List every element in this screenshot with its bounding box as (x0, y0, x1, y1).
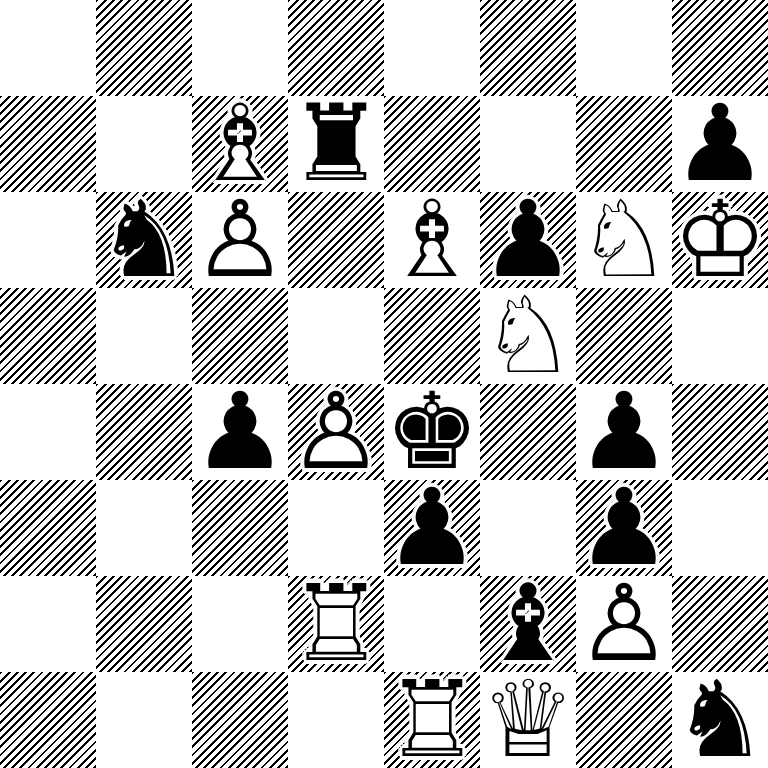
piece-main-layer: ♙ (576, 576, 672, 672)
square-a4[interactable] (0, 384, 96, 480)
white-knight: ♞♘ (576, 192, 672, 288)
piece-halo-layer: ♝ (480, 576, 576, 672)
black-pawn: ♟♟ (576, 384, 672, 480)
piece-halo-layer: ♟ (672, 96, 768, 192)
square-b1[interactable] (96, 672, 192, 768)
piece-halo-layer: ♞ (96, 192, 192, 288)
piece-halo-layer: ♟ (576, 576, 672, 672)
black-king: ♚♚ (384, 384, 480, 480)
piece-halo-layer: ♞ (480, 288, 576, 384)
square-f1[interactable]: ♛♕ (480, 672, 576, 768)
piece-halo-layer: ♟ (576, 384, 672, 480)
square-f8[interactable] (480, 0, 576, 96)
piece-main-layer: ♔ (672, 192, 768, 288)
piece-main-layer: ♗ (384, 192, 480, 288)
square-f6[interactable]: ♟♟ (480, 192, 576, 288)
square-e4[interactable]: ♚♚ (384, 384, 480, 480)
piece-halo-layer: ♚ (672, 192, 768, 288)
square-e1[interactable]: ♜♖ (384, 672, 480, 768)
piece-halo-layer: ♞ (576, 192, 672, 288)
black-rook: ♜♜ (288, 96, 384, 192)
white-king: ♚♔ (672, 192, 768, 288)
square-h6[interactable]: ♚♔ (672, 192, 768, 288)
square-c1[interactable] (192, 672, 288, 768)
white-queen: ♛♕ (480, 672, 576, 768)
square-d3[interactable] (288, 480, 384, 576)
square-b3[interactable] (96, 480, 192, 576)
piece-main-layer: ♖ (288, 576, 384, 672)
white-pawn: ♟♙ (288, 384, 384, 480)
square-b8[interactable] (96, 0, 192, 96)
square-c8[interactable] (192, 0, 288, 96)
square-h3[interactable] (672, 480, 768, 576)
white-rook: ♜♖ (288, 576, 384, 672)
piece-main-layer: ♟ (192, 384, 288, 480)
piece-halo-layer: ♚ (384, 384, 480, 480)
square-g6[interactable]: ♞♘ (576, 192, 672, 288)
piece-main-layer: ♝ (480, 576, 576, 672)
square-g7[interactable] (576, 96, 672, 192)
square-e5[interactable] (384, 288, 480, 384)
square-b7[interactable] (96, 96, 192, 192)
piece-halo-layer: ♟ (288, 384, 384, 480)
piece-main-layer: ♗ (192, 96, 288, 192)
square-a8[interactable] (0, 0, 96, 96)
piece-main-layer: ♟ (480, 192, 576, 288)
square-d5[interactable] (288, 288, 384, 384)
square-e8[interactable] (384, 0, 480, 96)
square-f5[interactable]: ♞♘ (480, 288, 576, 384)
piece-main-layer: ♘ (480, 288, 576, 384)
piece-main-layer: ♟ (672, 96, 768, 192)
black-bishop: ♝♝ (480, 576, 576, 672)
piece-halo-layer: ♟ (384, 480, 480, 576)
square-b4[interactable] (96, 384, 192, 480)
square-h2[interactable] (672, 576, 768, 672)
square-e7[interactable] (384, 96, 480, 192)
square-a2[interactable] (0, 576, 96, 672)
piece-main-layer: ♜ (288, 96, 384, 192)
square-f7[interactable] (480, 96, 576, 192)
black-pawn: ♟♟ (672, 96, 768, 192)
square-a3[interactable] (0, 480, 96, 576)
square-d2[interactable]: ♜♖ (288, 576, 384, 672)
square-g1[interactable] (576, 672, 672, 768)
piece-halo-layer: ♜ (288, 96, 384, 192)
square-h8[interactable] (672, 0, 768, 96)
square-a5[interactable] (0, 288, 96, 384)
piece-main-layer: ♙ (192, 192, 288, 288)
piece-main-layer: ♞ (672, 672, 768, 768)
square-e6[interactable]: ♝♗ (384, 192, 480, 288)
square-d4[interactable]: ♟♙ (288, 384, 384, 480)
white-pawn: ♟♙ (576, 576, 672, 672)
white-rook: ♜♖ (384, 672, 480, 768)
square-g3[interactable]: ♟♟ (576, 480, 672, 576)
square-d1[interactable] (288, 672, 384, 768)
square-h7[interactable]: ♟♟ (672, 96, 768, 192)
square-g8[interactable] (576, 0, 672, 96)
piece-halo-layer: ♜ (288, 576, 384, 672)
black-knight: ♞♞ (672, 672, 768, 768)
square-f3[interactable] (480, 480, 576, 576)
chess-board: ♝♗♜♜♟♟♞♞♟♙♝♗♟♟♞♘♚♔♞♘♟♟♟♙♚♚♟♟♟♟♟♟♜♖♝♝♟♙♜♖… (0, 0, 768, 768)
square-d7[interactable]: ♜♜ (288, 96, 384, 192)
white-bishop: ♝♗ (192, 96, 288, 192)
square-f2[interactable]: ♝♝ (480, 576, 576, 672)
piece-main-layer: ♟ (384, 480, 480, 576)
square-h1[interactable]: ♞♞ (672, 672, 768, 768)
piece-halo-layer: ♟ (480, 192, 576, 288)
square-c7[interactable]: ♝♗ (192, 96, 288, 192)
square-a6[interactable] (0, 192, 96, 288)
square-g2[interactable]: ♟♙ (576, 576, 672, 672)
piece-main-layer: ♙ (288, 384, 384, 480)
square-a1[interactable] (0, 672, 96, 768)
black-pawn: ♟♟ (192, 384, 288, 480)
square-f4[interactable] (480, 384, 576, 480)
piece-main-layer: ♞ (96, 192, 192, 288)
square-h4[interactable] (672, 384, 768, 480)
black-knight: ♞♞ (96, 192, 192, 288)
square-b5[interactable] (96, 288, 192, 384)
piece-halo-layer: ♞ (672, 672, 768, 768)
square-c6[interactable]: ♟♙ (192, 192, 288, 288)
square-d8[interactable] (288, 0, 384, 96)
square-c3[interactable] (192, 480, 288, 576)
black-pawn: ♟♟ (480, 192, 576, 288)
piece-halo-layer: ♟ (192, 192, 288, 288)
white-knight: ♞♘ (480, 288, 576, 384)
piece-halo-layer: ♝ (384, 192, 480, 288)
piece-halo-layer: ♟ (192, 384, 288, 480)
piece-halo-layer: ♛ (480, 672, 576, 768)
black-pawn: ♟♟ (576, 480, 672, 576)
piece-main-layer: ♖ (384, 672, 480, 768)
square-h5[interactable] (672, 288, 768, 384)
piece-halo-layer: ♜ (384, 672, 480, 768)
square-g4[interactable]: ♟♟ (576, 384, 672, 480)
piece-halo-layer: ♟ (576, 480, 672, 576)
black-pawn: ♟♟ (384, 480, 480, 576)
white-bishop: ♝♗ (384, 192, 480, 288)
square-d6[interactable] (288, 192, 384, 288)
square-e3[interactable]: ♟♟ (384, 480, 480, 576)
white-pawn: ♟♙ (192, 192, 288, 288)
piece-main-layer: ♟ (576, 480, 672, 576)
square-c2[interactable] (192, 576, 288, 672)
square-a7[interactable] (0, 96, 96, 192)
square-g5[interactable] (576, 288, 672, 384)
square-b6[interactable]: ♞♞ (96, 192, 192, 288)
piece-halo-layer: ♝ (192, 96, 288, 192)
square-c5[interactable] (192, 288, 288, 384)
piece-main-layer: ♚ (384, 384, 480, 480)
piece-main-layer: ♕ (480, 672, 576, 768)
square-e2[interactable] (384, 576, 480, 672)
square-c4[interactable]: ♟♟ (192, 384, 288, 480)
piece-main-layer: ♘ (576, 192, 672, 288)
square-b2[interactable] (96, 576, 192, 672)
piece-main-layer: ♟ (576, 384, 672, 480)
